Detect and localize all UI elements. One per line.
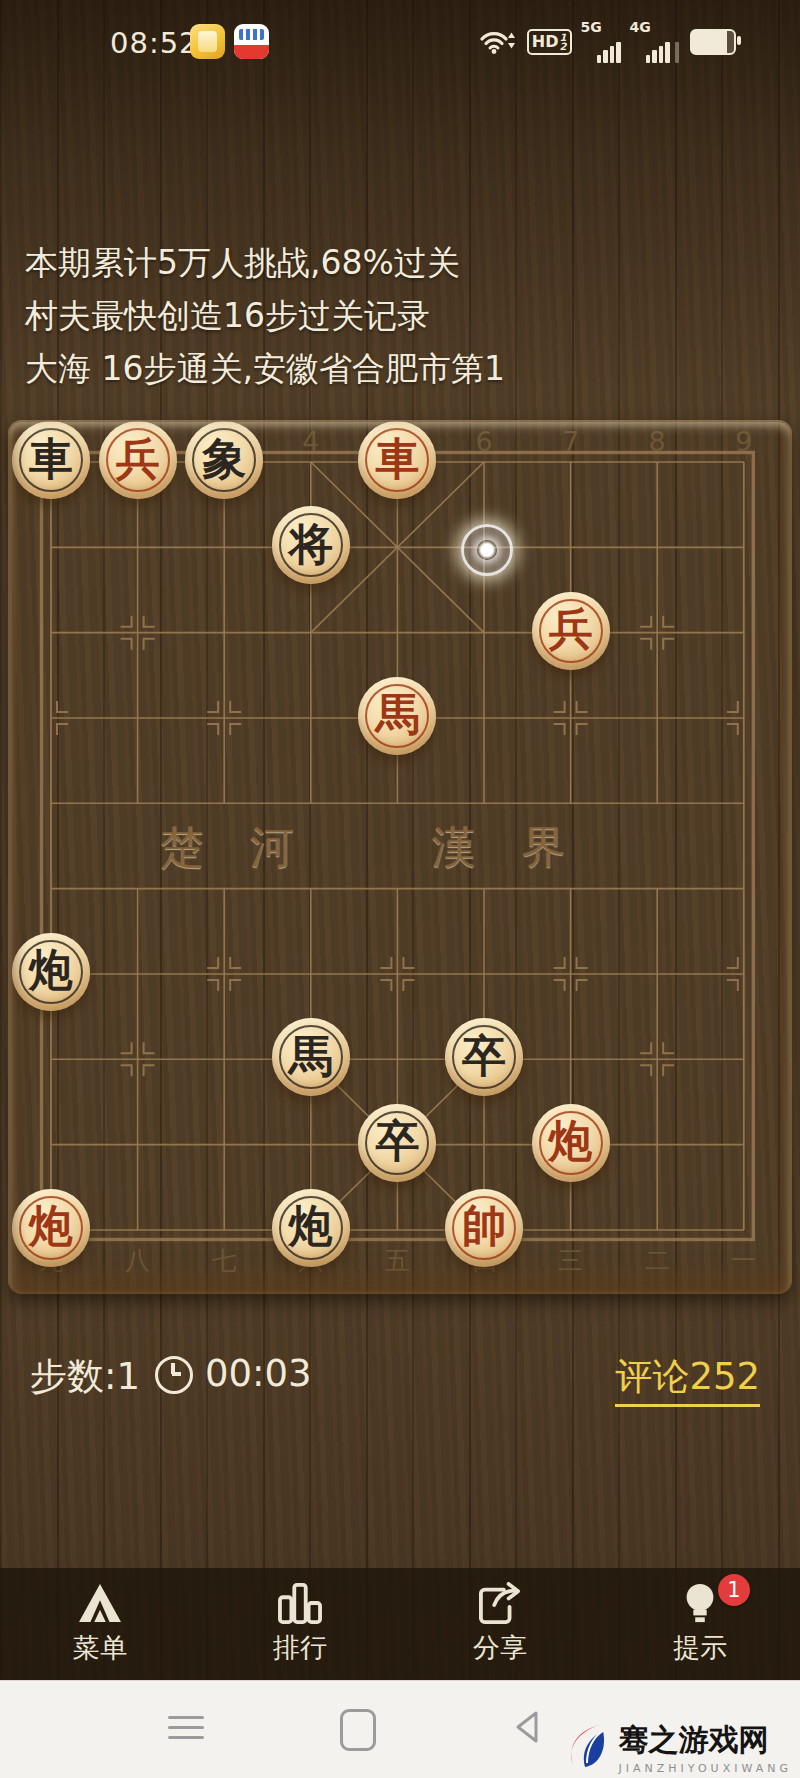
piece-character: 炮: [289, 1197, 333, 1256]
piece-炮-black[interactable]: 炮: [272, 1189, 350, 1267]
clock-time: 08:52: [110, 26, 199, 60]
status-indicators: HD 12 5G 4G: [480, 24, 736, 60]
file-label-top-8: 8: [642, 426, 672, 457]
file-label-bottom-8: 二: [642, 1244, 672, 1277]
ticker-line-3: 大海 16步通关,安徽省合肥市第1: [25, 342, 505, 395]
piece-卒-black[interactable]: 卒: [358, 1104, 436, 1182]
piece-character: 帥: [462, 1197, 506, 1256]
piece-象-black[interactable]: 象: [185, 421, 263, 499]
piece-character: 象: [202, 430, 246, 489]
watermark-logo: [559, 1721, 613, 1775]
file-label-bottom-9: 一: [729, 1244, 759, 1277]
ticker-line-1: 本期累计5万人挑战,68%过关: [25, 236, 505, 289]
watermark: 骞之游戏网 JIANZHIYOUXIWANG: [559, 1720, 792, 1775]
river-text-right: 漢 界: [432, 818, 582, 877]
android-nav-bar: 骞之游戏网 JIANZHIYOUXIWANG: [0, 1680, 800, 1778]
comments-link[interactable]: 评论252: [615, 1352, 760, 1407]
file-label-bottom-3: 七: [209, 1244, 239, 1277]
piece-馬-red[interactable]: 馬: [358, 677, 436, 755]
piece-character: 将: [289, 515, 333, 574]
challenge-ticker: 本期累计5万人挑战,68%过关 村夫最快创造16步过关记录 大海 16步通关,安…: [25, 236, 505, 395]
nav-menu-button[interactable]: 菜单: [0, 1568, 200, 1680]
selection-glow: [461, 524, 513, 576]
share-icon: [477, 1582, 523, 1624]
android-home-button[interactable]: [340, 1709, 376, 1751]
timer-value: 00:03: [205, 1352, 312, 1395]
piece-炮-red[interactable]: 炮: [12, 1189, 90, 1267]
piece-将-black[interactable]: 将: [272, 506, 350, 584]
signal-sim1-icon: 5G: [583, 21, 621, 63]
menu-mountain-icon: [77, 1582, 123, 1624]
android-recents-button[interactable]: [168, 1709, 204, 1746]
volte-hd-icon: HD 12: [527, 29, 572, 55]
nav-ranking-button[interactable]: 排行: [200, 1568, 400, 1680]
game-info-bar: 步数:1 00:03 评论252: [0, 1348, 800, 1404]
hint-badge: 1: [718, 1574, 750, 1606]
piece-帥-red[interactable]: 帥: [445, 1189, 523, 1267]
file-label-bottom-2: 八: [123, 1244, 153, 1277]
piece-兵-red[interactable]: 兵: [532, 592, 610, 670]
timer-icon: [155, 1356, 193, 1394]
piece-character: 炮: [29, 941, 73, 1000]
battery-icon: [690, 29, 736, 55]
file-label-top-9: 9: [729, 426, 759, 457]
piece-character: 馬: [289, 1027, 333, 1086]
xiangqi-board[interactable]: 123456789 九八七六五四三二一 楚 河 漢 界 車兵象車将兵馬炮馬卒卒炮…: [8, 420, 792, 1294]
file-label-top-4: 4: [296, 426, 326, 457]
piece-炮-red[interactable]: 炮: [532, 1104, 610, 1182]
piece-character: 炮: [549, 1112, 593, 1171]
piece-卒-black[interactable]: 卒: [445, 1018, 523, 1096]
nav-share-button[interactable]: 分享: [400, 1568, 600, 1680]
notification-app-icon-red: [234, 24, 269, 59]
file-label-bottom-5: 五: [382, 1244, 412, 1277]
piece-炮-black[interactable]: 炮: [12, 933, 90, 1011]
file-label-bottom-7: 三: [556, 1244, 586, 1277]
android-back-button[interactable]: [512, 1709, 540, 1745]
piece-車-red[interactable]: 車: [358, 421, 436, 499]
wifi-icon: [480, 29, 516, 55]
piece-馬-black[interactable]: 馬: [272, 1018, 350, 1096]
bottom-nav-bar: 菜单 排行 分享 提示 1: [0, 1568, 800, 1680]
file-label-top-6: 6: [469, 426, 499, 457]
piece-兵-red[interactable]: 兵: [99, 421, 177, 499]
piece-character: 馬: [375, 685, 419, 744]
file-label-top-7: 7: [556, 426, 586, 457]
piece-character: 卒: [462, 1027, 506, 1086]
lightbulb-icon: [677, 1582, 723, 1624]
watermark-title: 骞之游戏网: [619, 1720, 792, 1761]
piece-character: 兵: [549, 600, 593, 659]
bar-chart-icon: [277, 1582, 323, 1624]
piece-character: 兵: [116, 430, 160, 489]
nav-hint-button[interactable]: 提示 1: [600, 1568, 800, 1680]
piece-character: 車: [29, 430, 73, 489]
status-bar: 08:52 HD 12 5G 4G: [0, 18, 800, 70]
piece-character: 車: [375, 430, 419, 489]
ticker-line-2: 村夫最快创造16步过关记录: [25, 289, 505, 342]
piece-character: 炮: [29, 1197, 73, 1256]
notification-app-icon-yellow: [190, 24, 225, 59]
move-counter: 步数:1: [30, 1352, 140, 1402]
piece-character: 卒: [375, 1112, 419, 1171]
piece-車-black[interactable]: 車: [12, 421, 90, 499]
river-text-left: 楚 河: [160, 818, 310, 877]
signal-sim2-icon: 4G: [632, 21, 680, 63]
watermark-subtitle: JIANZHIYOUXIWANG: [619, 1762, 792, 1775]
